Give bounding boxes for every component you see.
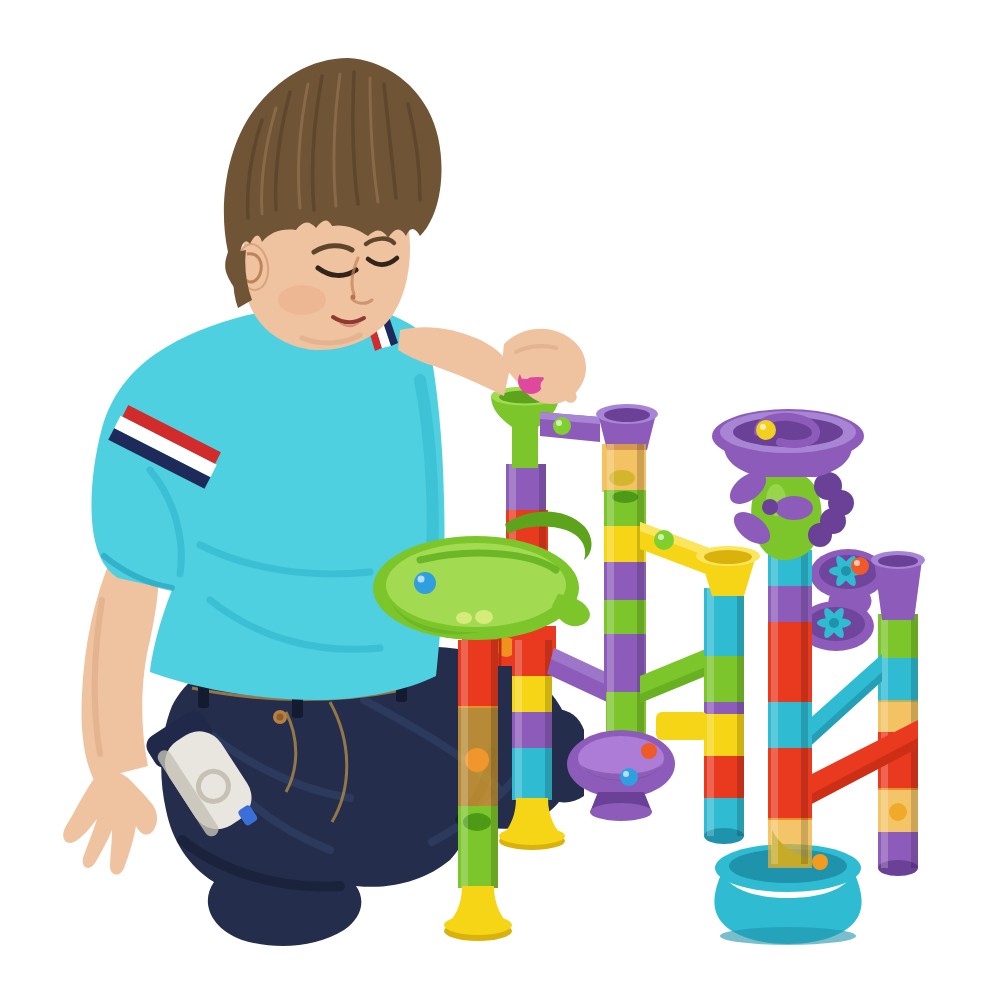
jeans-button-center xyxy=(277,714,284,721)
dish-exit-spout xyxy=(552,594,590,626)
tube-sheen xyxy=(707,588,714,836)
tube-shade xyxy=(737,588,744,836)
tower-b2 xyxy=(640,546,760,844)
tube-shade xyxy=(801,550,808,864)
rear-cup-mouth xyxy=(878,555,918,567)
yellow-cup-mouth xyxy=(704,550,752,564)
cheek-blush xyxy=(278,285,326,315)
yellow-stub-track xyxy=(656,712,708,740)
boy xyxy=(63,58,584,946)
pinwheel-blade xyxy=(775,496,813,520)
foot-base xyxy=(444,915,512,935)
dish-hole xyxy=(456,612,472,624)
tube-opening xyxy=(612,491,638,503)
marble-highlight xyxy=(854,560,860,566)
tower-b xyxy=(547,444,714,821)
purple-cup-mouth xyxy=(604,408,650,422)
tube-sheen xyxy=(771,550,778,864)
marble-run-photo xyxy=(0,0,1000,1000)
tube-sheen xyxy=(515,640,522,800)
marble-blue-dish xyxy=(414,572,436,594)
teal-track-edge xyxy=(806,672,882,750)
marble-red-dish xyxy=(641,743,657,759)
dish-hole xyxy=(475,610,493,624)
marble-highlight xyxy=(418,576,425,583)
marble-highlight xyxy=(658,534,664,540)
marble-highlight xyxy=(556,420,562,426)
left-hand xyxy=(63,771,157,875)
boy-head xyxy=(224,58,442,350)
tube-sheen xyxy=(461,640,468,888)
base-dish-bottom-edge xyxy=(720,927,856,945)
tube-sheen xyxy=(607,444,614,760)
marble-blue-dish2 xyxy=(620,768,638,786)
marble-yellow-bowl xyxy=(756,420,776,440)
photo-canvas xyxy=(0,0,1000,1000)
purple-spiral-bowl xyxy=(712,409,864,477)
nostril xyxy=(351,295,356,300)
marble-highlight xyxy=(623,771,629,777)
foot-base xyxy=(499,827,565,845)
pinwheel-hub xyxy=(762,499,778,515)
catch-dish-base xyxy=(590,803,652,821)
purple-catch-dish xyxy=(567,730,675,821)
marble-orange-base xyxy=(812,854,828,870)
gear-lobe xyxy=(808,523,832,547)
boy-left-arm xyxy=(63,556,158,875)
tower-c-main-column xyxy=(768,550,812,868)
marble-green-track xyxy=(654,530,674,550)
marble-red-tray xyxy=(851,557,869,575)
tube-shade xyxy=(491,640,498,888)
marble-green-channel xyxy=(553,417,571,435)
marble-highlight xyxy=(760,424,766,430)
tube-shade xyxy=(637,444,644,760)
spinner-hub xyxy=(829,618,839,628)
spinner-hub xyxy=(841,566,851,576)
